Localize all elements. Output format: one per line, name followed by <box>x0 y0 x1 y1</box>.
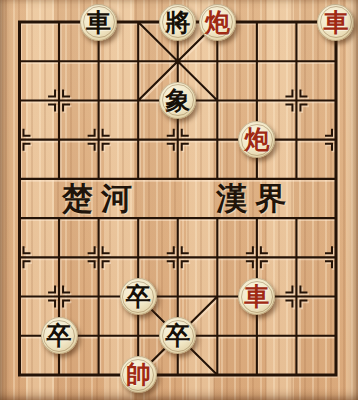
point-c1r9[interactable] <box>39 355 79 394</box>
point-c2r8[interactable] <box>79 316 119 355</box>
point-c7r3[interactable] <box>277 120 317 159</box>
point-c6r9[interactable] <box>237 355 277 394</box>
point-c7r0[interactable] <box>277 2 317 41</box>
point-c4r6[interactable] <box>158 238 198 277</box>
xiangqi-board: 楚河 漢界 車將炮車象炮卒車卒卒帥 <box>0 0 358 400</box>
point-c7r1[interactable] <box>277 42 317 81</box>
piece-black-chariot[interactable]: 車 <box>80 4 117 41</box>
point-c4r9[interactable] <box>158 355 198 394</box>
point-c5r3[interactable] <box>198 120 238 159</box>
point-c1r2[interactable] <box>39 81 79 120</box>
point-c6r4[interactable] <box>237 159 277 198</box>
point-c5r4[interactable] <box>198 159 238 198</box>
point-c2r7[interactable] <box>79 277 119 316</box>
point-c8r8[interactable] <box>316 316 356 355</box>
point-c2r5[interactable] <box>79 198 119 237</box>
piece-black-soldier[interactable]: 卒 <box>120 278 157 315</box>
point-c2r9[interactable] <box>79 355 119 394</box>
point-c1r5[interactable] <box>39 198 79 237</box>
point-c7r4[interactable] <box>277 159 317 198</box>
piece-red-cannon[interactable]: 炮 <box>199 4 236 41</box>
point-c0r7[interactable] <box>0 277 39 316</box>
point-c3r2[interactable] <box>118 81 158 120</box>
point-c3r7[interactable]: 卒 <box>118 277 158 316</box>
point-c2r0[interactable]: 車 <box>79 2 119 41</box>
point-c5r8[interactable] <box>198 316 238 355</box>
piece-black-soldier[interactable]: 卒 <box>159 317 196 354</box>
point-c4r8[interactable]: 卒 <box>158 316 198 355</box>
point-c3r8[interactable] <box>118 316 158 355</box>
point-c3r5[interactable] <box>118 198 158 237</box>
point-c3r6[interactable] <box>118 238 158 277</box>
point-c1r6[interactable] <box>39 238 79 277</box>
point-c5r6[interactable] <box>198 238 238 277</box>
piece-red-chariot[interactable]: 車 <box>238 278 275 315</box>
point-c6r3[interactable]: 炮 <box>237 120 277 159</box>
point-c1r4[interactable] <box>39 159 79 198</box>
point-c7r8[interactable] <box>277 316 317 355</box>
point-c6r6[interactable] <box>237 238 277 277</box>
point-c8r2[interactable] <box>316 81 356 120</box>
point-c7r9[interactable] <box>277 355 317 394</box>
piece-red-chariot[interactable]: 車 <box>317 4 354 41</box>
point-c0r0[interactable] <box>0 2 39 41</box>
point-c6r0[interactable] <box>237 2 277 41</box>
point-c3r0[interactable] <box>118 2 158 41</box>
point-c0r6[interactable] <box>0 238 39 277</box>
point-c5r7[interactable] <box>198 277 238 316</box>
point-c7r5[interactable] <box>277 198 317 237</box>
point-c2r1[interactable] <box>79 42 119 81</box>
point-c8r1[interactable] <box>316 42 356 81</box>
point-c1r0[interactable] <box>39 2 79 41</box>
point-c4r4[interactable] <box>158 159 198 198</box>
point-c4r3[interactable] <box>158 120 198 159</box>
point-c4r7[interactable] <box>158 277 198 316</box>
point-c6r8[interactable] <box>237 316 277 355</box>
point-c8r4[interactable] <box>316 159 356 198</box>
point-c2r3[interactable] <box>79 120 119 159</box>
point-c1r8[interactable]: 卒 <box>39 316 79 355</box>
point-c6r7[interactable]: 車 <box>237 277 277 316</box>
piece-black-general[interactable]: 將 <box>159 4 196 41</box>
point-c7r2[interactable] <box>277 81 317 120</box>
point-c2r6[interactable] <box>79 238 119 277</box>
point-c8r0[interactable]: 車 <box>316 2 356 41</box>
point-c0r5[interactable] <box>0 198 39 237</box>
point-c8r7[interactable] <box>316 277 356 316</box>
point-c1r7[interactable] <box>39 277 79 316</box>
point-c8r5[interactable] <box>316 198 356 237</box>
point-c3r4[interactable] <box>118 159 158 198</box>
point-c6r2[interactable] <box>237 81 277 120</box>
point-c7r7[interactable] <box>277 277 317 316</box>
point-c2r2[interactable] <box>79 81 119 120</box>
point-c0r8[interactable] <box>0 316 39 355</box>
point-c4r5[interactable] <box>158 198 198 237</box>
point-c5r5[interactable] <box>198 198 238 237</box>
point-c0r4[interactable] <box>0 159 39 198</box>
point-c6r1[interactable] <box>237 42 277 81</box>
point-c0r3[interactable] <box>0 120 39 159</box>
piece-red-general[interactable]: 帥 <box>120 356 157 393</box>
point-c2r4[interactable] <box>79 159 119 198</box>
point-c0r1[interactable] <box>0 42 39 81</box>
point-c1r1[interactable] <box>39 42 79 81</box>
point-c3r3[interactable] <box>118 120 158 159</box>
point-c8r3[interactable] <box>316 120 356 159</box>
point-c1r3[interactable] <box>39 120 79 159</box>
point-c0r9[interactable] <box>0 355 39 394</box>
point-c8r6[interactable] <box>316 238 356 277</box>
point-c4r1[interactable] <box>158 42 198 81</box>
piece-red-cannon[interactable]: 炮 <box>238 121 275 158</box>
point-c5r1[interactable] <box>198 42 238 81</box>
point-c6r5[interactable] <box>237 198 277 237</box>
point-c7r6[interactable] <box>277 238 317 277</box>
point-c3r1[interactable] <box>118 42 158 81</box>
point-c0r2[interactable] <box>0 81 39 120</box>
piece-black-soldier[interactable]: 卒 <box>41 317 78 354</box>
point-c3r9[interactable]: 帥 <box>118 355 158 394</box>
point-c4r0[interactable]: 將 <box>158 2 198 41</box>
board-points: 車將炮車象炮卒車卒卒帥 <box>0 2 356 394</box>
point-c5r2[interactable] <box>198 81 238 120</box>
point-c5r0[interactable]: 炮 <box>198 2 238 41</box>
point-c8r9[interactable] <box>316 355 356 394</box>
piece-black-elephant[interactable]: 象 <box>159 82 196 119</box>
point-c5r9[interactable] <box>198 355 238 394</box>
point-c4r2[interactable]: 象 <box>158 81 198 120</box>
